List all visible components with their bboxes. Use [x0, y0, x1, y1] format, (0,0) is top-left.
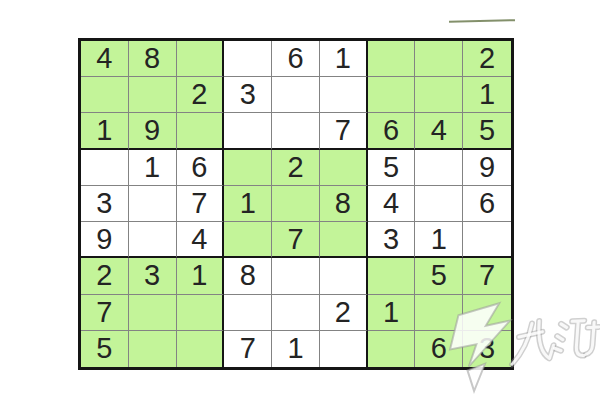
cell-r8c8[interactable] — [415, 295, 463, 331]
cell-r3c3[interactable] — [177, 113, 225, 149]
cell-r7c4[interactable]: 8 — [224, 258, 272, 294]
cell-r1c7[interactable] — [368, 41, 416, 77]
cell-r2c9[interactable]: 1 — [463, 77, 511, 113]
cell-r5c8[interactable] — [415, 186, 463, 222]
cell-r5c1[interactable]: 3 — [81, 186, 129, 222]
edge-artifact-line — [449, 19, 515, 23]
cell-r9c8[interactable]: 6 — [415, 331, 463, 367]
cell-r9c1[interactable]: 5 — [81, 331, 129, 367]
cell-r8c6[interactable]: 2 — [320, 295, 368, 331]
cell-r9c4[interactable]: 7 — [224, 331, 272, 367]
cell-r3c9[interactable]: 5 — [463, 113, 511, 149]
cell-r1c3[interactable] — [177, 41, 225, 77]
sudoku-board: 4861223119764516259371846947312318577215… — [78, 38, 514, 370]
cell-r8c7[interactable]: 1 — [368, 295, 416, 331]
cell-r7c3[interactable]: 1 — [177, 258, 225, 294]
cell-r3c8[interactable]: 4 — [415, 113, 463, 149]
cell-r6c2[interactable] — [129, 222, 177, 258]
cell-r4c9[interactable]: 9 — [463, 150, 511, 186]
cell-r9c3[interactable] — [177, 331, 225, 367]
cell-r1c6[interactable]: 1 — [320, 41, 368, 77]
cell-r5c9[interactable]: 6 — [463, 186, 511, 222]
cell-r9c5[interactable]: 1 — [272, 331, 320, 367]
cell-r3c7[interactable]: 6 — [368, 113, 416, 149]
cell-r2c6[interactable] — [320, 77, 368, 113]
cell-r1c5[interactable]: 6 — [272, 41, 320, 77]
cell-r4c4[interactable] — [224, 150, 272, 186]
cell-r2c3[interactable]: 2 — [177, 77, 225, 113]
cell-r6c5[interactable]: 7 — [272, 222, 320, 258]
cell-r7c9[interactable]: 7 — [463, 258, 511, 294]
cell-r8c3[interactable] — [177, 295, 225, 331]
cell-r2c8[interactable] — [415, 77, 463, 113]
cell-r7c6[interactable] — [320, 258, 368, 294]
cell-r9c9[interactable]: 3 — [463, 331, 511, 367]
cell-r6c1[interactable]: 9 — [81, 222, 129, 258]
cell-r2c7[interactable] — [368, 77, 416, 113]
cell-r8c1[interactable]: 7 — [81, 295, 129, 331]
cell-r9c6[interactable] — [320, 331, 368, 367]
cell-r4c8[interactable] — [415, 150, 463, 186]
cell-r2c2[interactable] — [129, 77, 177, 113]
cell-r4c5[interactable]: 2 — [272, 150, 320, 186]
cell-r7c8[interactable]: 5 — [415, 258, 463, 294]
cell-r6c9[interactable] — [463, 222, 511, 258]
cell-r8c2[interactable] — [129, 295, 177, 331]
cell-r4c1[interactable] — [81, 150, 129, 186]
cell-r6c3[interactable]: 4 — [177, 222, 225, 258]
cell-r1c8[interactable] — [415, 41, 463, 77]
cell-r1c9[interactable]: 2 — [463, 41, 511, 77]
cell-r5c5[interactable] — [272, 186, 320, 222]
cell-r5c7[interactable]: 4 — [368, 186, 416, 222]
cell-r1c4[interactable] — [224, 41, 272, 77]
cell-r8c4[interactable] — [224, 295, 272, 331]
watermark-characters — [512, 318, 599, 364]
cell-r9c2[interactable] — [129, 331, 177, 367]
cell-r1c2[interactable]: 8 — [129, 41, 177, 77]
cell-r8c9[interactable] — [463, 295, 511, 331]
cell-r6c7[interactable]: 3 — [368, 222, 416, 258]
cell-r7c5[interactable] — [272, 258, 320, 294]
page: 4861223119764516259371846947312318577215… — [0, 0, 600, 406]
cell-r7c7[interactable] — [368, 258, 416, 294]
cell-r5c3[interactable]: 7 — [177, 186, 225, 222]
cell-r6c8[interactable]: 1 — [415, 222, 463, 258]
cell-r6c4[interactable] — [224, 222, 272, 258]
cell-r9c7[interactable] — [368, 331, 416, 367]
cell-r5c6[interactable]: 8 — [320, 186, 368, 222]
cell-r6c6[interactable] — [320, 222, 368, 258]
cell-r3c1[interactable]: 1 — [81, 113, 129, 149]
cell-r5c2[interactable] — [129, 186, 177, 222]
cell-r3c4[interactable] — [224, 113, 272, 149]
cell-r1c1[interactable]: 4 — [81, 41, 129, 77]
cell-r2c4[interactable]: 3 — [224, 77, 272, 113]
cell-r5c4[interactable]: 1 — [224, 186, 272, 222]
cell-r3c5[interactable] — [272, 113, 320, 149]
cell-r7c1[interactable]: 2 — [81, 258, 129, 294]
cell-r7c2[interactable]: 3 — [129, 258, 177, 294]
cell-r8c5[interactable] — [272, 295, 320, 331]
cell-r4c7[interactable]: 5 — [368, 150, 416, 186]
cell-r3c6[interactable]: 7 — [320, 113, 368, 149]
cell-r2c1[interactable] — [81, 77, 129, 113]
cell-r4c3[interactable]: 6 — [177, 150, 225, 186]
cell-r2c5[interactable] — [272, 77, 320, 113]
cell-r4c2[interactable]: 1 — [129, 150, 177, 186]
cell-r4c6[interactable] — [320, 150, 368, 186]
cell-r3c2[interactable]: 9 — [129, 113, 177, 149]
